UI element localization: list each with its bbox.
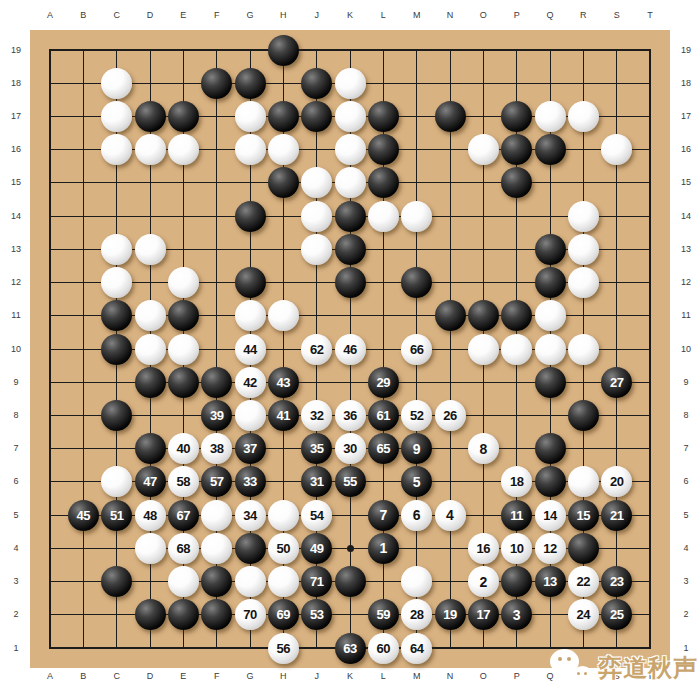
go-stone-black: 53: [301, 599, 332, 630]
go-stone-black: [235, 267, 266, 298]
column-label-bottom: J: [308, 671, 326, 681]
move-number: 26: [435, 400, 466, 431]
go-stone-white: [135, 234, 166, 265]
move-number: 60: [368, 633, 399, 664]
move-number: 56: [268, 633, 299, 664]
column-label-top: K: [341, 10, 359, 20]
column-label-top: Q: [541, 10, 559, 20]
go-stone-black: [201, 367, 232, 398]
move-number: 58: [168, 466, 199, 497]
go-stone-white: 2: [468, 566, 499, 597]
row-label-left: 11: [6, 310, 26, 320]
go-stone-black: [201, 68, 232, 99]
go-stone-white: [368, 201, 399, 232]
go-stone-black: [168, 300, 199, 331]
column-label-bottom: P: [508, 671, 526, 681]
move-number: 53: [301, 599, 332, 630]
move-number: 23: [601, 566, 632, 597]
move-number: 41: [268, 400, 299, 431]
move-number: 59: [368, 599, 399, 630]
go-stone-black: [268, 167, 299, 198]
go-stone-white: 34: [235, 500, 266, 531]
go-stone-white: [168, 566, 199, 597]
go-stone-white: [235, 134, 266, 165]
go-stone-white: [201, 500, 232, 531]
go-stone-white: 16: [468, 533, 499, 564]
go-stone-white: [535, 300, 566, 331]
go-stone-black: 67: [168, 500, 199, 531]
row-label-right: 19: [676, 45, 696, 55]
wechat-eye: [584, 672, 587, 675]
go-stone-white: [468, 334, 499, 365]
move-number: 25: [601, 599, 632, 630]
move-number: 17: [468, 599, 499, 630]
go-stone-black: [235, 533, 266, 564]
go-stone-black: 63: [335, 633, 366, 664]
move-number: 63: [335, 633, 366, 664]
go-stone-white: [201, 533, 232, 564]
move-number: 7: [368, 500, 399, 531]
go-stone-black: [335, 267, 366, 298]
go-stone-white: [268, 566, 299, 597]
go-stone-white: [301, 201, 332, 232]
wechat-eye: [558, 657, 562, 661]
column-label-bottom: G: [241, 671, 259, 681]
column-label-top: J: [308, 10, 326, 20]
go-stone-black: [135, 101, 166, 132]
move-number: 35: [301, 433, 332, 464]
wechat-icon: [548, 646, 598, 692]
go-stone-white: [101, 68, 132, 99]
go-stone-black: 31: [301, 466, 332, 497]
go-stone-black: [568, 533, 599, 564]
go-stone-white: 6: [401, 500, 432, 531]
go-stone-black: [368, 101, 399, 132]
go-stone-white: 44: [235, 334, 266, 365]
go-stone-black: 21: [601, 500, 632, 531]
column-label-bottom: D: [141, 671, 159, 681]
row-label-left: 3: [6, 576, 26, 586]
row-label-left: 9: [6, 377, 26, 387]
go-stone-white: [268, 134, 299, 165]
column-label-top: E: [174, 10, 192, 20]
go-stone-black: [235, 68, 266, 99]
go-stone-black: 45: [68, 500, 99, 531]
go-stone-black: 23: [601, 566, 632, 597]
move-number: 15: [568, 500, 599, 531]
row-label-right: 12: [676, 277, 696, 287]
go-stone-black: 25: [601, 599, 632, 630]
go-stone-white: [135, 334, 166, 365]
move-number: 11: [501, 500, 532, 531]
move-number: 4: [435, 500, 466, 531]
go-stone-black: [535, 466, 566, 497]
move-number: 38: [201, 433, 232, 464]
row-label-right: 7: [676, 443, 696, 453]
row-label-left: 10: [6, 344, 26, 354]
go-stone-black: 15: [568, 500, 599, 531]
row-label-right: 13: [676, 244, 696, 254]
move-number: 62: [301, 334, 332, 365]
go-stone-black: [535, 433, 566, 464]
go-stone-white: 70: [235, 599, 266, 630]
move-number: 55: [335, 466, 366, 497]
go-stone-black: 1: [368, 533, 399, 564]
go-stone-white: 54: [301, 500, 332, 531]
go-stone-black: 3: [501, 599, 532, 630]
row-label-left: 2: [6, 609, 26, 619]
go-stone-white: [335, 101, 366, 132]
go-stone-white: 60: [368, 633, 399, 664]
go-stone-black: [135, 367, 166, 398]
go-stone-white: [135, 134, 166, 165]
move-number: 9: [401, 433, 432, 464]
move-number: 3: [501, 599, 532, 630]
row-label-right: 14: [676, 211, 696, 221]
column-label-bottom: B: [74, 671, 92, 681]
move-number: 32: [301, 400, 332, 431]
go-stone-white: 4: [435, 500, 466, 531]
go-stone-white: 48: [135, 500, 166, 531]
column-label-bottom: O: [474, 671, 492, 681]
go-stone-white: 36: [335, 400, 366, 431]
column-label-top: R: [574, 10, 592, 20]
column-label-top: N: [441, 10, 459, 20]
go-stone-white: 26: [435, 400, 466, 431]
column-label-top: O: [474, 10, 492, 20]
move-number: 66: [401, 334, 432, 365]
go-stone-black: 39: [201, 400, 232, 431]
move-number: 52: [401, 400, 432, 431]
move-number: 43: [268, 367, 299, 398]
row-label-right: 6: [676, 476, 696, 486]
move-number: 16: [468, 533, 499, 564]
go-stone-black: 35: [301, 433, 332, 464]
move-number: 40: [168, 433, 199, 464]
go-stone-white: 22: [568, 566, 599, 597]
go-stone-white: 20: [601, 466, 632, 497]
go-stone-black: 61: [368, 400, 399, 431]
go-stone-white: 24: [568, 599, 599, 630]
go-stone-black: [368, 167, 399, 198]
column-label-top: S: [608, 10, 626, 20]
go-stone-white: 64: [401, 633, 432, 664]
move-number: 8: [468, 433, 499, 464]
go-stone-white: 12: [535, 533, 566, 564]
row-label-left: 15: [6, 177, 26, 187]
column-label-top: C: [108, 10, 126, 20]
move-number: 64: [401, 633, 432, 664]
wechat-bubble-small: [572, 666, 593, 684]
move-number: 18: [501, 466, 532, 497]
row-label-right: 16: [676, 144, 696, 154]
go-stone-black: 37: [235, 433, 266, 464]
move-number: 67: [168, 500, 199, 531]
move-number: 47: [135, 466, 166, 497]
go-stone-white: 58: [168, 466, 199, 497]
go-stone-white: 10: [501, 533, 532, 564]
move-number: 33: [235, 466, 266, 497]
go-stone-black: [435, 300, 466, 331]
go-stone-black: [135, 599, 166, 630]
go-stone-white: [568, 334, 599, 365]
column-label-bottom: C: [108, 671, 126, 681]
go-stone-black: 55: [335, 466, 366, 497]
go-stone-white: 46: [335, 334, 366, 365]
go-stone-white: [168, 334, 199, 365]
row-label-left: 8: [6, 410, 26, 420]
go-stone-white: 14: [535, 500, 566, 531]
go-stone-black: [101, 334, 132, 365]
go-stone-black: 33: [235, 466, 266, 497]
move-number: 37: [235, 433, 266, 464]
move-number: 6: [401, 500, 432, 531]
go-stone-white: 52: [401, 400, 432, 431]
go-stone-white: [335, 68, 366, 99]
go-stone-black: [168, 367, 199, 398]
go-stone-white: 50: [268, 533, 299, 564]
row-label-right: 17: [676, 111, 696, 121]
go-stone-black: [135, 433, 166, 464]
move-number: 69: [268, 599, 299, 630]
watermark: 弈道秋声: [548, 646, 698, 692]
move-number: 10: [501, 533, 532, 564]
move-number: 14: [535, 500, 566, 531]
go-stone-white: [235, 300, 266, 331]
column-label-bottom: H: [274, 671, 292, 681]
move-number: 44: [235, 334, 266, 365]
move-number: 71: [301, 566, 332, 597]
go-stone-black: [501, 101, 532, 132]
column-label-bottom: F: [208, 671, 226, 681]
go-stone-white: 38: [201, 433, 232, 464]
go-stone-black: [235, 201, 266, 232]
watermark-text: 弈道秋声: [598, 652, 698, 684]
go-stone-black: 27: [601, 367, 632, 398]
go-stone-black: [568, 400, 599, 431]
row-label-left: 16: [6, 144, 26, 154]
move-number: 29: [368, 367, 399, 398]
row-label-right: 5: [676, 510, 696, 520]
column-label-bottom: N: [441, 671, 459, 681]
go-stone-white: [101, 234, 132, 265]
move-number: 36: [335, 400, 366, 431]
wechat-eye: [567, 657, 571, 661]
row-label-right: 10: [676, 344, 696, 354]
go-stone-white: 56: [268, 633, 299, 664]
column-label-bottom: K: [341, 671, 359, 681]
go-stone-black: [168, 599, 199, 630]
column-label-top: G: [241, 10, 259, 20]
column-label-top: A: [41, 10, 59, 20]
column-label-bottom: L: [374, 671, 392, 681]
row-label-right: 18: [676, 78, 696, 88]
go-stone-black: 13: [535, 566, 566, 597]
move-number: 45: [68, 500, 99, 531]
go-stone-white: [235, 566, 266, 597]
row-label-right: 3: [676, 576, 696, 586]
row-label-left: 14: [6, 211, 26, 221]
go-stone-black: 59: [368, 599, 399, 630]
go-stone-black: [535, 134, 566, 165]
row-label-left: 12: [6, 277, 26, 287]
go-stone-white: [168, 267, 199, 298]
go-stone-black: 43: [268, 367, 299, 398]
go-stone-white: 8: [468, 433, 499, 464]
go-stone-white: [135, 533, 166, 564]
column-label-top: M: [408, 10, 426, 20]
go-stone-white: [568, 201, 599, 232]
go-stone-white: [168, 134, 199, 165]
go-stone-white: [535, 101, 566, 132]
move-number: 21: [601, 500, 632, 531]
page: 4462466642432927394132366152264038373530…: [0, 0, 700, 700]
move-number: 46: [335, 334, 366, 365]
move-number: 22: [568, 566, 599, 597]
go-stone-white: 66: [401, 334, 432, 365]
column-label-bottom: E: [174, 671, 192, 681]
go-stone-white: [535, 334, 566, 365]
row-label-right: 4: [676, 543, 696, 553]
go-stone-white: [401, 201, 432, 232]
move-number: 5: [401, 466, 432, 497]
go-stone-black: [301, 101, 332, 132]
go-stone-white: [568, 466, 599, 497]
go-stone-black: [168, 101, 199, 132]
go-stone-black: [301, 68, 332, 99]
move-number: 42: [235, 367, 266, 398]
go-stone-black: 17: [468, 599, 499, 630]
go-stone-black: 69: [268, 599, 299, 630]
go-stone-white: [101, 101, 132, 132]
go-stone-white: [235, 101, 266, 132]
row-label-right: 9: [676, 377, 696, 387]
move-number: 54: [301, 500, 332, 531]
go-stone-black: [335, 566, 366, 597]
row-label-right: 11: [676, 310, 696, 320]
go-stone-black: 51: [101, 500, 132, 531]
go-stone-black: 29: [368, 367, 399, 398]
move-number: 61: [368, 400, 399, 431]
column-label-top: D: [141, 10, 159, 20]
go-stone-black: [468, 300, 499, 331]
move-number: 51: [101, 500, 132, 531]
go-stone-white: [468, 134, 499, 165]
column-label-bottom: A: [41, 671, 59, 681]
go-stone-white: [335, 167, 366, 198]
go-stone-black: 41: [268, 400, 299, 431]
move-number: 31: [301, 466, 332, 497]
column-label-top: T: [641, 10, 659, 20]
move-number: 12: [535, 533, 566, 564]
go-stone-black: [535, 234, 566, 265]
move-number: 49: [301, 533, 332, 564]
move-number: 24: [568, 599, 599, 630]
row-label-left: 5: [6, 510, 26, 520]
move-number: 19: [435, 599, 466, 630]
go-stone-black: [335, 201, 366, 232]
go-stone-white: [268, 300, 299, 331]
go-stone-white: [568, 267, 599, 298]
move-number: 1: [368, 533, 399, 564]
row-label-left: 1: [6, 643, 26, 653]
go-stone-black: [268, 35, 299, 66]
row-label-left: 17: [6, 111, 26, 121]
wechat-eye: [577, 672, 580, 675]
go-stone-black: 19: [435, 599, 466, 630]
go-stone-black: 47: [135, 466, 166, 497]
row-label-right: 15: [676, 177, 696, 187]
go-stone-white: 28: [401, 599, 432, 630]
row-label-right: 2: [676, 609, 696, 619]
column-label-top: P: [508, 10, 526, 20]
move-number: 28: [401, 599, 432, 630]
column-label-top: B: [74, 10, 92, 20]
go-stone-black: [535, 367, 566, 398]
go-stone-white: 32: [301, 400, 332, 431]
go-stone-black: 49: [301, 533, 332, 564]
move-number: 68: [168, 533, 199, 564]
go-stone-black: 7: [368, 500, 399, 531]
row-label-left: 13: [6, 244, 26, 254]
go-stone-black: 11: [501, 500, 532, 531]
go-stone-white: [268, 500, 299, 531]
row-label-left: 7: [6, 443, 26, 453]
go-stone-white: 40: [168, 433, 199, 464]
move-number: 34: [235, 500, 266, 531]
go-stone-black: [535, 267, 566, 298]
move-number: 50: [268, 533, 299, 564]
move-number: 20: [601, 466, 632, 497]
go-stone-black: [268, 101, 299, 132]
go-stone-white: 18: [501, 466, 532, 497]
go-stone-white: [301, 234, 332, 265]
go-stone-black: [335, 234, 366, 265]
go-stone-white: 68: [168, 533, 199, 564]
go-stone-black: 9: [401, 433, 432, 464]
go-stone-black: [435, 101, 466, 132]
row-label-right: 8: [676, 410, 696, 420]
star-point: [347, 545, 354, 552]
column-label-top: L: [374, 10, 392, 20]
row-label-left: 6: [6, 476, 26, 486]
go-stone-white: [501, 334, 532, 365]
column-label-bottom: M: [408, 671, 426, 681]
go-stone-white: [568, 234, 599, 265]
row-label-left: 4: [6, 543, 26, 553]
go-stone-black: 71: [301, 566, 332, 597]
go-stone-white: [235, 400, 266, 431]
go-stone-white: [135, 300, 166, 331]
go-stone-black: 57: [201, 466, 232, 497]
move-number: 39: [201, 400, 232, 431]
go-stone-white: 30: [335, 433, 366, 464]
move-number: 57: [201, 466, 232, 497]
move-number: 48: [135, 500, 166, 531]
move-number: 2: [468, 566, 499, 597]
move-number: 30: [335, 433, 366, 464]
go-stone-white: [335, 134, 366, 165]
go-board: 4462466642432927394132366152264038373530…: [30, 30, 670, 668]
move-number: 65: [368, 433, 399, 464]
go-stone-black: 65: [368, 433, 399, 464]
go-stone-black: [101, 400, 132, 431]
move-number: 13: [535, 566, 566, 597]
go-stone-black: 5: [401, 466, 432, 497]
move-number: 27: [601, 367, 632, 398]
column-label-top: H: [274, 10, 292, 20]
move-number: 70: [235, 599, 266, 630]
